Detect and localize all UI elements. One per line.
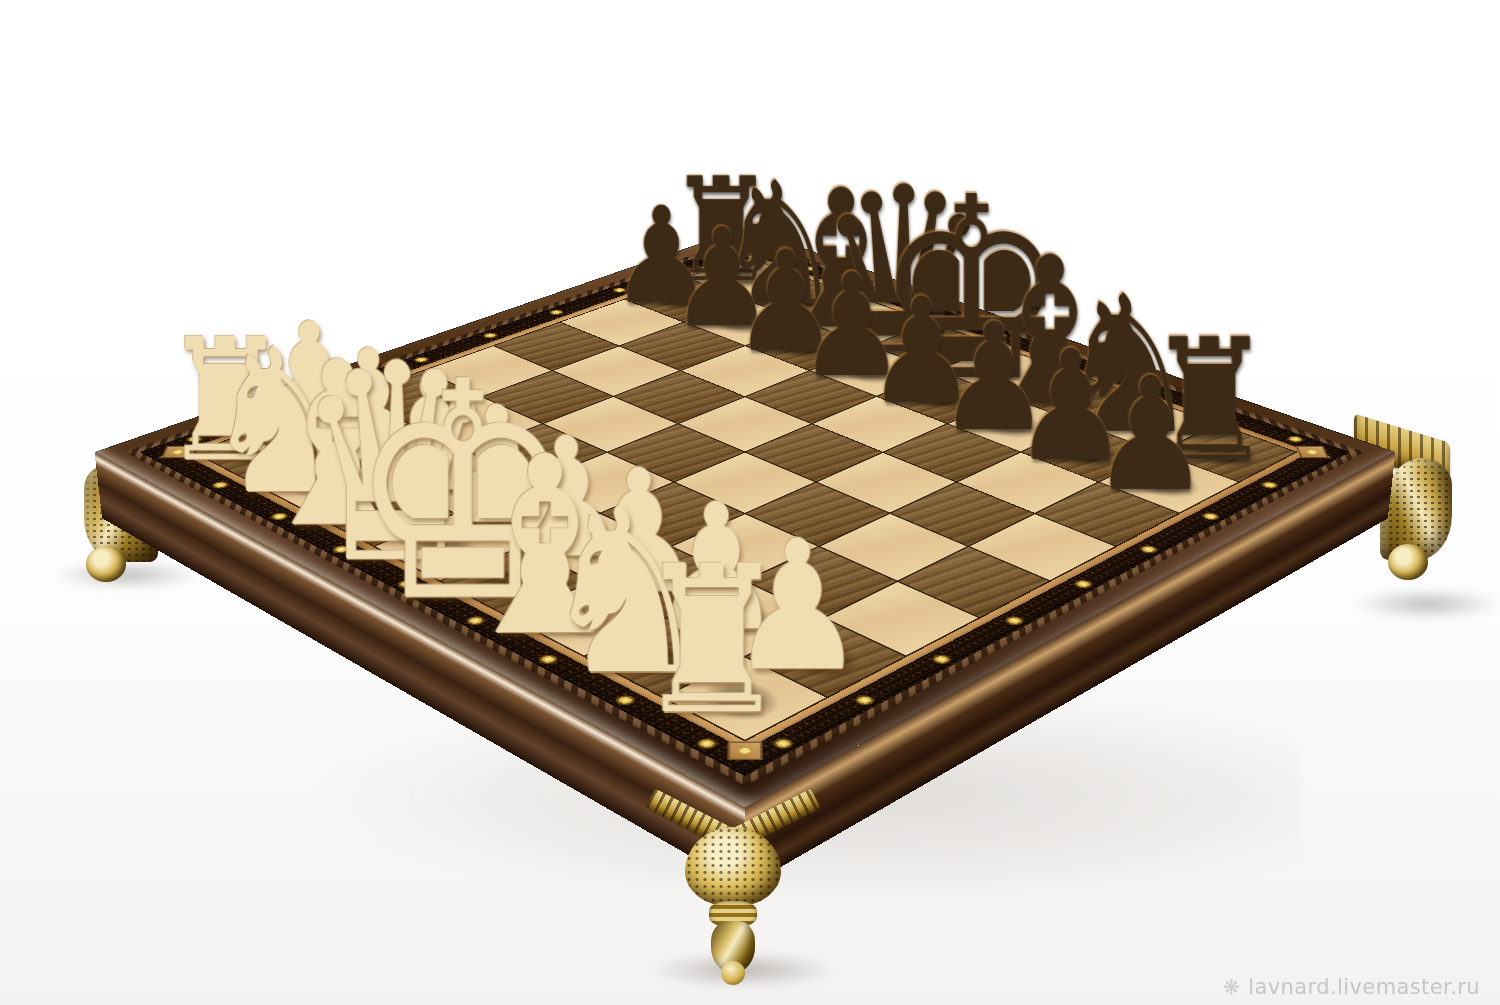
product-photo: ♜♞♝♛♚♝♞♜♟♟♟♟♟♟♟♟♟♟♟♟♟♟♟♟♜♞♝♛♚♝♞♜ ❋ lavna… bbox=[0, 0, 1500, 1005]
carved-filigree-band: ♜♞♝♛♚♝♞♜♟♟♟♟♟♟♟♟♟♟♟♟♟♟♟♟♜♞♝♛♚♝♞♜ bbox=[140, 241, 1351, 776]
watermark: ❋ lavnard.livemaster.ru bbox=[1223, 975, 1480, 999]
board-molding: ♜♞♝♛♚♝♞♜♟♟♟♟♟♟♟♟♟♟♟♟♟♟♟♟♜♞♝♛♚♝♞♜ bbox=[94, 228, 1395, 808]
board-top: ♜♞♝♛♚♝♞♜♟♟♟♟♟♟♟♟♟♟♟♟♟♟♟♟♜♞♝♛♚♝♞♜ bbox=[94, 228, 1395, 808]
black-pawn[interactable]: ♟ bbox=[1091, 365, 1210, 506]
brass-leg-near bbox=[645, 793, 821, 993]
brass-leg-body bbox=[685, 827, 781, 907]
rope-carved-border: ♜♞♝♛♚♝♞♜♟♟♟♟♟♟♟♟♟♟♟♟♟♟♟♟♜♞♝♛♚♝♞♜ bbox=[126, 237, 1365, 786]
playing-field: ♜♞♝♛♚♝♞♜♟♟♟♟♟♟♟♟♟♟♟♟♟♟♟♟♜♞♝♛♚♝♞♜ bbox=[192, 256, 1298, 741]
watermark-text: lavnard.livemaster.ru bbox=[1248, 975, 1480, 999]
inlay-corner-diamond bbox=[1295, 446, 1329, 458]
white-rook[interactable]: ♜ bbox=[634, 550, 789, 733]
chess-board: ♜♞♝♛♚♝♞♜♟♟♟♟♟♟♟♟♟♟♟♟♟♟♟♟♜♞♝♛♚♝♞♜ bbox=[94, 228, 1395, 808]
inlay-corner-diamond bbox=[727, 742, 762, 760]
brass-leg-tip bbox=[721, 961, 745, 985]
flower-icon: ❋ bbox=[1223, 975, 1240, 999]
inlay-strip: ♜♞♝♛♚♝♞♜♟♟♟♟♟♟♟♟♟♟♟♟♟♟♟♟♜♞♝♛♚♝♞♜ bbox=[179, 252, 1310, 749]
